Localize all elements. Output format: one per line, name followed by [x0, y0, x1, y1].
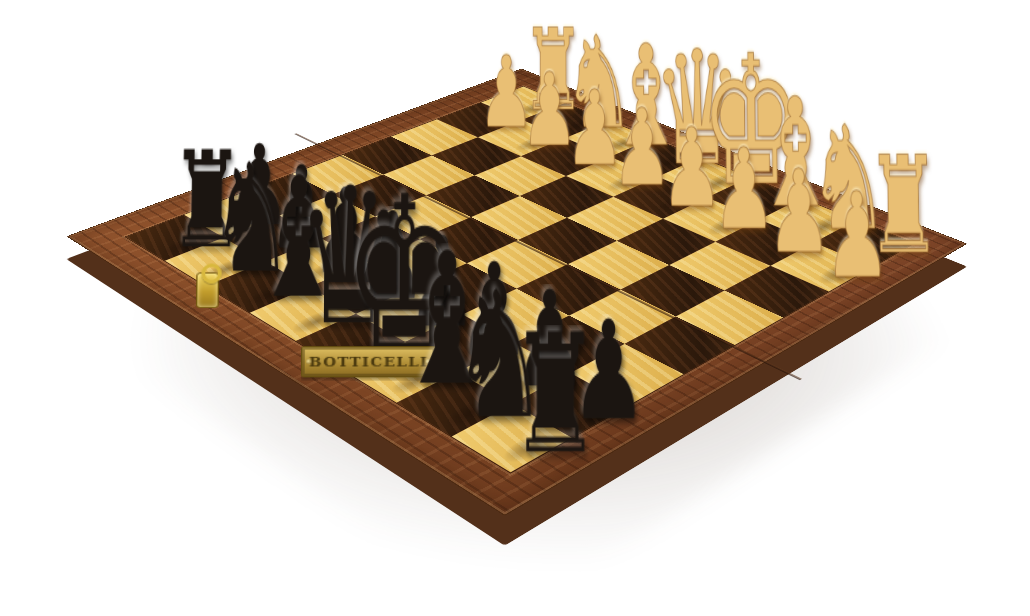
white-pawn-a2: ♟ [478, 51, 522, 135]
white-pawn-h2: ♟ [823, 186, 877, 286]
white-pawn-g2: ♟ [766, 164, 818, 262]
photo-scene: ♜♟♟♜♞♟♟♞♝♟♟♝♛♟♟♛♚♟♟♚♝♟♟♝♞♟♟♞♜♟♟♜ BOTTICE… [0, 0, 1030, 616]
chess-board-3d: ♜♟♟♜♞♟♟♞♝♟♟♝♛♟♟♛♚♟♟♚♝♟♟♝♞♟♟♞♜♟♟♜ BOTTICE… [66, 69, 967, 516]
black-rook-h8: ♜ [509, 325, 571, 465]
product-photo-background: ♜♟♟♜♞♟♟♞♝♟♟♝♛♟♟♛♚♟♟♚♝♟♟♝♞♟♟♞♜♟♟♜ BOTTICE… [0, 0, 1030, 616]
board-frame: ♜♟♟♜♞♟♟♞♝♟♟♝♛♟♟♛♚♟♟♚♝♟♟♝♞♟♟♞♜♟♟♜ BOTTICE… [66, 69, 967, 516]
white-pawn-f2: ♟ [712, 143, 762, 238]
square-h4 [676, 291, 783, 345]
black-knight-g8: ♞ [450, 282, 510, 431]
black-bishop-f8: ♝ [396, 243, 455, 398]
white-pawn-c2: ♟ [565, 85, 611, 173]
white-pawn-b2: ♟ [521, 68, 566, 154]
white-pawn-d2: ♟ [611, 103, 659, 193]
black-king-e8: ♚ [343, 185, 400, 368]
brass-clasp-icon [196, 272, 219, 308]
white-pawn-e2: ♟ [660, 123, 709, 216]
